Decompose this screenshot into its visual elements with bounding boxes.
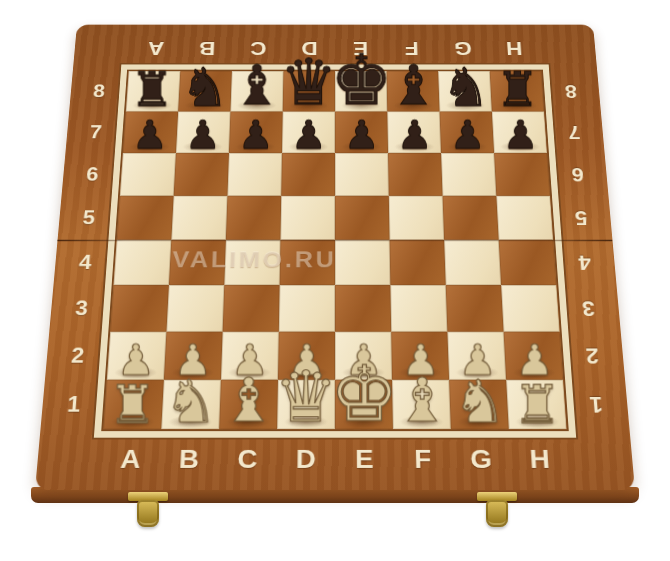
brass-clasp-icon: [126, 492, 170, 532]
square-g4[interactable]: [444, 240, 501, 285]
rank-label-3: 3: [49, 285, 113, 332]
square-a5[interactable]: [117, 196, 174, 240]
rank-label-1: 1: [40, 380, 106, 430]
piece-glyph: ♜: [109, 379, 156, 429]
black-bishop-f8[interactable]: ♝: [387, 71, 440, 111]
rank-label-right-7: 7: [544, 112, 604, 154]
square-g5[interactable]: [443, 196, 499, 240]
square-h4[interactable]: [499, 240, 557, 285]
white-bishop-f1[interactable]: ♝: [392, 380, 451, 430]
black-pawn-g7[interactable]: ♟: [440, 112, 494, 154]
piece-glyph: ♞: [164, 374, 217, 430]
square-e6[interactable]: [335, 153, 389, 196]
white-queen-d1[interactable]: ♛: [277, 380, 335, 430]
piece-glyph: ♟: [291, 116, 326, 154]
square-c4[interactable]: [224, 240, 280, 285]
square-h5[interactable]: [496, 196, 553, 240]
piece-glyph: ♟: [344, 116, 379, 154]
square-g3[interactable]: [446, 285, 504, 332]
rank-label-right-3: 3: [556, 285, 620, 332]
square-d6[interactable]: [281, 153, 335, 196]
file-label-top-h: H: [488, 33, 541, 64]
clasp-hook: [486, 500, 508, 527]
white-king-e1[interactable]: ♚: [335, 380, 393, 430]
white-knight-b1[interactable]: ♞: [161, 380, 221, 430]
chess-board-photo: ABCDEFGH ABCDEFGH 87654321 87654321 VALI…: [0, 0, 670, 561]
rank-label-7: 7: [65, 112, 125, 154]
file-label-d: D: [276, 437, 335, 483]
white-bishop-c1[interactable]: ♝: [219, 380, 278, 430]
piece-glyph: ♟: [132, 116, 167, 154]
piece-glyph: ♝: [221, 372, 275, 430]
square-c5[interactable]: [226, 196, 281, 240]
black-pawn-d7[interactable]: ♟: [282, 112, 335, 154]
piece-glyph: ♞: [442, 62, 490, 112]
rank-label-2: 2: [45, 332, 110, 380]
piece-glyph: ♟: [450, 116, 485, 154]
board-plate: ABCDEFGH ABCDEFGH 87654321 87654321 VALI…: [35, 25, 635, 490]
rank-label-right-6: 6: [547, 153, 608, 196]
file-label-e: E: [335, 437, 394, 483]
square-d3[interactable]: [279, 285, 335, 332]
rank-label-5: 5: [58, 196, 120, 240]
square-a6[interactable]: [120, 153, 176, 196]
piece-glyph: ♟: [185, 116, 220, 154]
square-e3[interactable]: [335, 285, 391, 332]
black-knight-g8[interactable]: ♞: [438, 71, 492, 111]
piece-glyph: ♟: [397, 116, 432, 154]
file-labels-bottom: ABCDEFGH: [100, 437, 571, 483]
black-bishop-c8[interactable]: ♝: [230, 71, 283, 111]
file-label-f: F: [393, 437, 453, 483]
piece-glyph: ♛: [275, 363, 338, 430]
piece-glyph: ♜: [496, 67, 539, 112]
piece-glyph: ♞: [453, 374, 506, 430]
rank-label-8: 8: [69, 71, 129, 111]
playing-area: VALIMO.RU ♜♞♝♛♚♝♞♜♟♟♟♟♟♟♟♟♟♟♟♟♟♟♟♟♜♞♝♛♚♝…: [103, 71, 566, 429]
file-label-b: B: [158, 437, 218, 483]
rank-label-right-4: 4: [553, 240, 616, 285]
rank-label-right-2: 2: [560, 332, 625, 380]
white-rook-h1[interactable]: ♜: [506, 380, 567, 430]
file-label-a: A: [100, 437, 161, 483]
piece-glyph: ♝: [389, 60, 438, 112]
piece-glyph: ♟: [503, 116, 538, 154]
square-c6[interactable]: [227, 153, 282, 196]
black-pawn-f7[interactable]: ♟: [387, 112, 441, 154]
piece-glyph: ♜: [514, 379, 561, 429]
square-f5[interactable]: [389, 196, 444, 240]
black-pawn-a7[interactable]: ♟: [123, 112, 178, 154]
square-b4[interactable]: [169, 240, 226, 285]
square-d4[interactable]: [280, 240, 335, 285]
rank-label-6: 6: [62, 153, 123, 196]
square-e5[interactable]: [335, 196, 390, 240]
square-b6[interactable]: [174, 153, 229, 196]
square-h3[interactable]: [501, 285, 560, 332]
piece-glyph: ♚: [330, 47, 392, 113]
file-label-top-a: A: [129, 33, 182, 64]
square-f6[interactable]: [388, 153, 443, 196]
file-label-g: G: [451, 437, 511, 483]
file-label-c: C: [217, 437, 277, 483]
square-e4[interactable]: [335, 240, 390, 285]
black-knight-b8[interactable]: ♞: [178, 71, 232, 111]
rank-label-4: 4: [53, 240, 116, 285]
square-f3[interactable]: [390, 285, 447, 332]
file-label-h: H: [509, 437, 570, 483]
black-rook-a8[interactable]: ♜: [126, 71, 180, 111]
piece-glyph: ♞: [181, 62, 229, 112]
white-knight-g1[interactable]: ♞: [449, 380, 509, 430]
black-pawn-e7[interactable]: ♟: [335, 112, 388, 154]
piece-glyph: ♝: [394, 372, 448, 430]
clasp-hook: [137, 500, 159, 527]
board-scene: ABCDEFGH ABCDEFGH 87654321 87654321 VALI…: [0, 0, 670, 561]
square-g6[interactable]: [441, 153, 496, 196]
brass-clasp-icon: [475, 492, 519, 532]
white-rook-a1[interactable]: ♜: [103, 380, 164, 430]
piece-glyph: ♟: [238, 116, 273, 154]
pieces-layer: ♜♞♝♛♚♝♞♜♟♟♟♟♟♟♟♟♟♟♟♟♟♟♟♟♜♞♝♛♚♝♞♜: [103, 71, 566, 429]
black-pawn-h7[interactable]: ♟: [492, 112, 547, 154]
square-d5[interactable]: [280, 196, 335, 240]
square-b3[interactable]: [166, 285, 224, 332]
piece-glyph: ♛: [280, 52, 337, 112]
square-c3[interactable]: [223, 285, 280, 332]
board-frame: ABCDEFGH ABCDEFGH 87654321 87654321 VALI…: [35, 25, 635, 490]
square-h6[interactable]: [494, 153, 550, 196]
black-king-e8[interactable]: ♚: [335, 71, 387, 111]
rank-label-right-5: 5: [550, 196, 612, 240]
piece-glyph: ♚: [330, 357, 398, 430]
square-a4[interactable]: [114, 240, 172, 285]
piece-glyph: ♜: [131, 67, 174, 112]
square-f4[interactable]: [390, 240, 446, 285]
rank-label-right-1: 1: [563, 380, 629, 430]
black-rook-h8[interactable]: ♜: [490, 71, 544, 111]
rank-label-right-8: 8: [541, 71, 601, 111]
piece-glyph: ♝: [232, 60, 281, 112]
square-a3[interactable]: [110, 285, 169, 332]
black-pawn-b7[interactable]: ♟: [176, 112, 230, 154]
black-pawn-c7[interactable]: ♟: [229, 112, 283, 154]
square-b5[interactable]: [171, 196, 227, 240]
black-queen-d8[interactable]: ♛: [283, 71, 335, 111]
